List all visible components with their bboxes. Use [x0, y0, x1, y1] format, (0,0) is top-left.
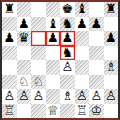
piece-black-pawn: ♟: [90, 17, 102, 31]
square-h3[interactable]: [104, 75, 119, 90]
square-e8[interactable]: ♚: [60, 2, 75, 17]
square-h2[interactable]: ♙: [104, 89, 119, 104]
square-c6[interactable]: [31, 31, 46, 46]
piece-white-pawn: ♙: [105, 89, 117, 103]
piece-black-rook: ♜: [105, 2, 117, 16]
piece-black-knight: ♞: [61, 17, 73, 31]
piece-white-pawn: ♙: [3, 89, 15, 103]
piece-black-pawn: ♟: [3, 31, 15, 45]
piece-black-rook: ♜: [3, 2, 15, 16]
piece-black-queen: ♛: [18, 31, 30, 45]
square-a7[interactable]: [2, 17, 17, 32]
square-c2[interactable]: ♙: [31, 89, 46, 104]
piece-white-pawn: ♙: [90, 89, 102, 103]
piece-white-rook: ♖: [3, 104, 15, 118]
square-b4[interactable]: [17, 60, 32, 75]
square-g1[interactable]: ♔: [89, 104, 104, 119]
square-c1[interactable]: [31, 104, 46, 119]
square-e7[interactable]: ♞: [60, 17, 75, 32]
square-b1[interactable]: [17, 104, 32, 119]
square-h7[interactable]: [104, 17, 119, 32]
piece-white-king: ♔: [90, 104, 102, 118]
square-f3[interactable]: [75, 75, 90, 90]
square-a8[interactable]: ♜: [2, 2, 17, 17]
square-e6[interactable]: ♟: [60, 31, 75, 46]
piece-black-king: ♚: [61, 2, 73, 16]
board-frame: ♜♚♝♜♟♝♞♟♟♟♛♟♟♟♞♙♗♘♘♙♙♙♗♙♙♙♖♕♖♔: [0, 0, 120, 120]
square-a4[interactable]: [2, 60, 17, 75]
piece-white-rook: ♖: [76, 104, 88, 118]
chess-board: ♜♚♝♜♟♝♞♟♟♟♛♟♟♟♞♙♗♘♘♙♙♙♗♙♙♙♖♕♖♔: [2, 2, 118, 118]
square-e2[interactable]: ♗: [60, 89, 75, 104]
piece-white-queen: ♕: [47, 104, 59, 118]
square-h5[interactable]: [104, 46, 119, 61]
square-f4[interactable]: [75, 60, 90, 75]
piece-black-pawn: ♟: [76, 17, 88, 31]
square-h6[interactable]: ♟: [104, 31, 119, 46]
piece-black-bishop: ♝: [47, 17, 59, 31]
square-c5[interactable]: [31, 46, 46, 61]
square-h1[interactable]: [104, 104, 119, 119]
square-d7[interactable]: ♝: [46, 17, 61, 32]
square-g4[interactable]: [89, 60, 104, 75]
square-g8[interactable]: [89, 2, 104, 17]
square-f6[interactable]: [75, 31, 90, 46]
square-b8[interactable]: [17, 2, 32, 17]
square-f1[interactable]: ♖: [75, 104, 90, 119]
square-b5[interactable]: [17, 46, 32, 61]
square-b6[interactable]: ♛: [17, 31, 32, 46]
square-d1[interactable]: ♕: [46, 104, 61, 119]
square-h8[interactable]: ♜: [104, 2, 119, 17]
square-c8[interactable]: [31, 2, 46, 17]
square-a2[interactable]: ♙: [2, 89, 17, 104]
square-d8[interactable]: [46, 2, 61, 17]
square-g5[interactable]: [89, 46, 104, 61]
square-e3[interactable]: [60, 75, 75, 90]
square-f8[interactable]: ♝: [75, 2, 90, 17]
piece-white-pawn: ♙: [61, 60, 73, 74]
piece-white-pawn: ♙: [18, 89, 30, 103]
square-g6[interactable]: [89, 31, 104, 46]
square-h4[interactable]: ♗: [104, 60, 119, 75]
square-a1[interactable]: ♖: [2, 104, 17, 119]
square-d2[interactable]: [46, 89, 61, 104]
square-a6[interactable]: ♟: [2, 31, 17, 46]
square-d4[interactable]: [46, 60, 61, 75]
piece-white-pawn: ♙: [76, 89, 88, 103]
piece-white-bishop: ♗: [105, 60, 117, 74]
square-g7[interactable]: ♟: [89, 17, 104, 32]
square-g2[interactable]: ♙: [89, 89, 104, 104]
square-d3[interactable]: [46, 75, 61, 90]
square-c4[interactable]: [31, 60, 46, 75]
square-e5[interactable]: ♞: [60, 46, 75, 61]
piece-black-pawn: ♟: [61, 31, 73, 45]
piece-black-pawn: ♟: [18, 17, 30, 31]
square-e4[interactable]: ♙: [60, 60, 75, 75]
piece-white-pawn: ♙: [32, 89, 44, 103]
square-d6[interactable]: ♟: [46, 31, 61, 46]
square-e1[interactable]: [60, 104, 75, 119]
piece-black-pawn: ♟: [47, 31, 59, 45]
square-f2[interactable]: ♙: [75, 89, 90, 104]
square-g3[interactable]: [89, 75, 104, 90]
square-c3[interactable]: ♘: [31, 75, 46, 90]
square-a3[interactable]: [2, 75, 17, 90]
square-b7[interactable]: ♟: [17, 17, 32, 32]
piece-black-bishop: ♝: [76, 2, 88, 16]
piece-white-knight: ♘: [32, 75, 44, 89]
square-b2[interactable]: ♙: [17, 89, 32, 104]
square-f5[interactable]: [75, 46, 90, 61]
piece-white-knight: ♘: [18, 75, 30, 89]
square-b3[interactable]: ♘: [17, 75, 32, 90]
square-f7[interactable]: ♟: [75, 17, 90, 32]
square-c7[interactable]: [31, 17, 46, 32]
square-d5[interactable]: [46, 46, 61, 61]
square-a5[interactable]: [2, 46, 17, 61]
piece-white-bishop: ♗: [61, 89, 73, 103]
piece-black-pawn: ♟: [105, 31, 117, 45]
piece-black-knight: ♞: [61, 46, 73, 60]
